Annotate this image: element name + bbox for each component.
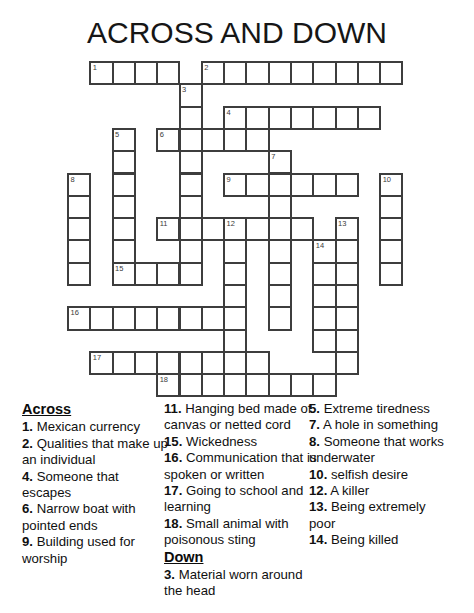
- grid-cell-r8c2[interactable]: [112, 239, 136, 263]
- grid-cell-r2c9[interactable]: [268, 106, 292, 130]
- grid-cell-r2c11[interactable]: [312, 106, 336, 130]
- cell-number-16: 16: [71, 308, 79, 317]
- clue-item-11: 11. Hanging bed made of canvas or netted…: [164, 401, 318, 434]
- grid-cell-r14c6[interactable]: [201, 373, 225, 397]
- clue-item-17: 17. Going to school and learning: [164, 483, 318, 516]
- grid-cell-r2c5[interactable]: [179, 106, 203, 130]
- grid-cell-r4c2[interactable]: [112, 150, 136, 174]
- grid-cell-r0c2[interactable]: [112, 61, 136, 85]
- grid-cell-r6c0[interactable]: [67, 195, 91, 219]
- grid-cell-r14c4[interactable]: 18: [156, 373, 180, 397]
- grid-cell-r13c5[interactable]: [179, 351, 203, 375]
- cell-number-5: 5: [115, 130, 119, 139]
- grid-cell-r7c2[interactable]: [112, 217, 136, 241]
- grid-cell-r11c5[interactable]: [179, 306, 203, 330]
- grid-cell-r5c14[interactable]: 10: [379, 173, 403, 197]
- grid-cell-r14c11[interactable]: [312, 373, 336, 397]
- grid-cell-r13c2[interactable]: [112, 351, 136, 375]
- grid-cell-r5c9[interactable]: [268, 173, 292, 197]
- grid-cell-r2c7[interactable]: 4: [223, 106, 247, 130]
- grid-cell-r0c14[interactable]: [379, 61, 403, 85]
- grid-cell-r7c14[interactable]: [379, 217, 403, 241]
- cell-number-1: 1: [93, 63, 97, 72]
- grid-cell-r9c14[interactable]: [379, 262, 403, 286]
- grid-cell-r12c11[interactable]: [312, 329, 336, 353]
- grid-cell-r11c3[interactable]: [134, 306, 158, 330]
- grid-cell-r10c12[interactable]: [335, 284, 359, 308]
- grid-cell-r5c11[interactable]: [312, 173, 336, 197]
- grid-cell-r5c10[interactable]: [290, 173, 314, 197]
- cell-number-10: 10: [383, 175, 391, 184]
- grid-cell-r13c12[interactable]: [335, 351, 359, 375]
- clue-item-13: 13. Being extremely poor: [309, 499, 455, 532]
- grid-cell-r5c0[interactable]: 8: [67, 173, 91, 197]
- grid-cell-r3c4[interactable]: 6: [156, 128, 180, 152]
- clue-item-14: 14. Being killed: [309, 532, 455, 548]
- grid-cell-r8c5[interactable]: [179, 239, 203, 263]
- grid-cell-r2c10[interactable]: [290, 106, 314, 130]
- grid-cell-r14c5[interactable]: [179, 373, 203, 397]
- clue-column-middle: 11. Hanging bed made of canvas or netted…: [164, 401, 318, 600]
- cell-number-6: 6: [160, 130, 164, 139]
- grid-cell-r3c5[interactable]: [179, 128, 203, 152]
- grid-cell-r7c9[interactable]: [268, 217, 292, 241]
- grid-cell-r3c8[interactable]: [245, 128, 269, 152]
- grid-cell-r7c8[interactable]: [245, 217, 269, 241]
- clue-item-5: 5. Extreme tiredness: [309, 401, 455, 417]
- grid-cell-r0c8[interactable]: [245, 61, 269, 85]
- grid-cell-r0c13[interactable]: [357, 61, 381, 85]
- grid-cell-r11c9[interactable]: [268, 306, 292, 330]
- grid-cell-r3c6[interactable]: [201, 128, 225, 152]
- grid-cell-r1c5[interactable]: 3: [179, 83, 203, 107]
- grid-cell-r7c0[interactable]: [67, 217, 91, 241]
- cell-number-7: 7: [271, 152, 275, 161]
- grid-cell-r5c12[interactable]: [335, 173, 359, 197]
- grid-cell-r11c0[interactable]: 16: [67, 306, 91, 330]
- grid-cell-r11c12[interactable]: [335, 306, 359, 330]
- grid-cell-r3c7[interactable]: [223, 128, 247, 152]
- grid-cell-r8c12[interactable]: [335, 239, 359, 263]
- grid-cell-r9c7[interactable]: [223, 262, 247, 286]
- cell-number-4: 4: [227, 108, 231, 117]
- grid-cell-r2c13[interactable]: [357, 106, 381, 130]
- grid-cell-r9c5[interactable]: [179, 262, 203, 286]
- grid-cell-r9c9[interactable]: [268, 262, 292, 286]
- cell-number-17: 17: [93, 353, 101, 362]
- grid-cell-r0c3[interactable]: [134, 61, 158, 85]
- grid-cell-r11c11[interactable]: [312, 306, 336, 330]
- grid-cell-r2c12[interactable]: [335, 106, 359, 130]
- grid-cell-r10c11[interactable]: [312, 284, 336, 308]
- clue-item-8: 8. Someone that works underwater: [309, 434, 455, 467]
- grid-cell-r5c8[interactable]: [245, 173, 269, 197]
- grid-cell-r6c14[interactable]: [379, 195, 403, 219]
- grid-cell-r13c6[interactable]: [201, 351, 225, 375]
- clue-item-10: 10. selfish desire: [309, 467, 455, 483]
- grid-cell-r10c9[interactable]: [268, 284, 292, 308]
- clue-item-12: 12. A killer: [309, 483, 455, 499]
- grid-cell-r6c9[interactable]: [268, 195, 292, 219]
- grid-cell-r7c10[interactable]: [290, 217, 314, 241]
- grid-cell-r2c8[interactable]: [245, 106, 269, 130]
- grid-cell-r5c7[interactable]: 9: [223, 173, 247, 197]
- across-heading: Across: [22, 401, 169, 417]
- grid-cell-r13c1[interactable]: 17: [89, 351, 113, 375]
- grid-cell-r11c7[interactable]: [223, 306, 247, 330]
- grid-cell-r8c0[interactable]: [67, 239, 91, 263]
- cell-number-13: 13: [338, 219, 346, 228]
- grid-cell-r7c6[interactable]: [201, 217, 225, 241]
- grid-cell-r4c9[interactable]: 7: [268, 150, 292, 174]
- grid-cell-r7c12[interactable]: 13: [335, 217, 359, 241]
- clue-item-4: 4. Someone that escapes: [22, 469, 169, 502]
- grid-cell-r13c7[interactable]: [223, 351, 247, 375]
- grid-cell-r7c7[interactable]: 12: [223, 217, 247, 241]
- clue-item-3: 3. Material worn around the head: [164, 567, 318, 600]
- cell-number-9: 9: [227, 175, 231, 184]
- grid-cell-r0c12[interactable]: [335, 61, 359, 85]
- cell-number-8: 8: [71, 175, 75, 184]
- grid-cell-r13c3[interactable]: [134, 351, 158, 375]
- clue-column-left: Across1. Mexican currency2. Qualities th…: [22, 401, 169, 567]
- cell-number-12: 12: [227, 219, 235, 228]
- grid-cell-r3c2[interactable]: 5: [112, 128, 136, 152]
- grid-cell-r5c2[interactable]: [112, 173, 136, 197]
- grid-cell-r11c4[interactable]: [156, 306, 180, 330]
- grid-cell-r9c12[interactable]: [335, 262, 359, 286]
- grid-cell-r10c7[interactable]: [223, 284, 247, 308]
- grid-cell-r6c5[interactable]: [179, 195, 203, 219]
- grid-cell-r13c4[interactable]: [156, 351, 180, 375]
- clue-item-6: 6. Narrow boat with pointed ends: [22, 501, 169, 534]
- grid-cell-r14c7[interactable]: [223, 373, 247, 397]
- grid-cell-r8c14[interactable]: [379, 239, 403, 263]
- clue-item-9: 9. Building used for worship: [22, 534, 169, 567]
- grid-cell-r4c5[interactable]: [179, 150, 203, 174]
- grid-cell-r12c12[interactable]: [335, 329, 359, 353]
- grid-cell-r5c5[interactable]: [179, 173, 203, 197]
- grid-cell-r14c9[interactable]: [268, 373, 292, 397]
- grid-cell-r0c9[interactable]: [268, 61, 292, 85]
- cell-number-14: 14: [316, 241, 324, 250]
- grid-cell-r11c1[interactable]: [89, 306, 113, 330]
- clue-item-7: 7. A hole in something: [309, 417, 455, 433]
- grid-cell-r0c10[interactable]: [290, 61, 314, 85]
- grid-cell-r8c9[interactable]: [268, 239, 292, 263]
- grid-cell-r8c11[interactable]: 14: [312, 239, 336, 263]
- grid-cell-r12c7[interactable]: [223, 329, 247, 353]
- grid-cell-r0c1[interactable]: 1: [89, 61, 113, 85]
- cell-number-18: 18: [160, 375, 168, 384]
- grid-cell-r9c0[interactable]: [67, 262, 91, 286]
- cell-number-15: 15: [115, 264, 123, 273]
- grid-cell-r9c3[interactable]: [134, 262, 158, 286]
- clue-item-1: 1. Mexican currency: [22, 419, 169, 435]
- clue-item-15: 15. Wickedness: [164, 434, 318, 450]
- grid-cell-r0c6[interactable]: 2: [201, 61, 225, 85]
- grid-cell-r8c7[interactable]: [223, 239, 247, 263]
- grid-cell-r11c2[interactable]: [112, 306, 136, 330]
- clue-item-2: 2. Qualities that make up an individual: [22, 436, 169, 469]
- grid-cell-r0c7[interactable]: [223, 61, 247, 85]
- clue-item-18: 18. Small animal with poisonous sting: [164, 516, 318, 549]
- clue-column-right: 5. Extreme tiredness7. A hole in somethi…: [309, 401, 455, 549]
- grid-cell-r14c8[interactable]: [245, 373, 269, 397]
- grid-cell-r9c2[interactable]: 15: [112, 262, 136, 286]
- grid-cell-r6c2[interactable]: [112, 195, 136, 219]
- cell-number-2: 2: [204, 63, 208, 72]
- grid-cell-r7c4[interactable]: 11: [156, 217, 180, 241]
- grid-cell-r9c4[interactable]: [156, 262, 180, 286]
- clue-item-16: 16. Communication that is spoken or writ…: [164, 450, 318, 483]
- puzzle-title: ACROSS AND DOWN: [0, 16, 474, 50]
- grid-cell-r7c5[interactable]: [179, 217, 203, 241]
- grid-cell-r11c6[interactable]: [201, 306, 225, 330]
- cell-number-11: 11: [160, 219, 168, 228]
- grid-cell-r0c11[interactable]: [312, 61, 336, 85]
- down-heading: Down: [164, 549, 318, 565]
- grid-cell-r14c10[interactable]: [290, 373, 314, 397]
- grid-cell-r0c4[interactable]: [156, 61, 180, 85]
- grid-cell-r13c8[interactable]: [245, 351, 269, 375]
- cell-number-3: 3: [182, 85, 186, 94]
- grid-cell-r9c11[interactable]: [312, 262, 336, 286]
